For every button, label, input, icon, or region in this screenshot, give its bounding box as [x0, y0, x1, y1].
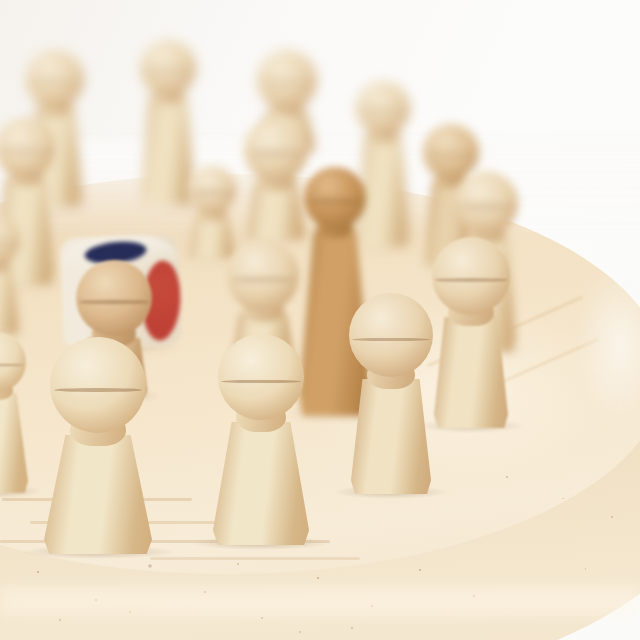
peg-head: [0, 118, 55, 178]
peg-head-groove: [259, 82, 314, 85]
peg-head-groove: [247, 152, 306, 155]
peg-neck: [435, 168, 467, 188]
die-red-dot: [140, 260, 182, 342]
peg-head-groove: [28, 81, 81, 84]
memory-chess-photo-scene: [0, 0, 640, 640]
peg-neck: [270, 97, 305, 119]
peg-head-groove: [0, 150, 53, 153]
peg-shadow: [246, 143, 327, 157]
peg-neck: [152, 84, 184, 104]
peg-head-groove: [425, 154, 477, 157]
peg-neck: [367, 123, 398, 142]
peg-head-groove: [142, 70, 194, 73]
peg-back-3: [254, 48, 320, 152]
peg-head: [244, 118, 308, 182]
peg-head-groove: [358, 110, 408, 112]
peg-back-1: [23, 48, 87, 207]
peg-neck: [38, 95, 72, 116]
peg-head: [356, 81, 410, 135]
peg-head: [423, 124, 479, 180]
peg-head: [26, 50, 84, 108]
peg-neck: [8, 165, 43, 187]
peg-body: [259, 111, 315, 152]
color-die: [60, 234, 182, 350]
peg-head: [140, 40, 196, 96]
peg-head: [257, 50, 317, 110]
